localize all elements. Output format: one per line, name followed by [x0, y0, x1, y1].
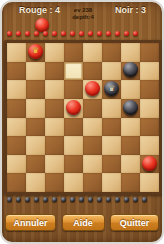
turn-indicator-red-ball-icon	[35, 18, 49, 32]
red-bead-icon	[133, 31, 138, 36]
button-bar: Annuler Aide Quitter	[5, 214, 159, 231]
board-cell[interactable]	[102, 136, 121, 155]
board-cell[interactable]	[45, 80, 64, 99]
red-bead-icon	[88, 31, 93, 36]
black-score-label: Noir : 3	[115, 5, 146, 15]
board-cell[interactable]	[64, 136, 83, 155]
red-bead-icon	[61, 31, 66, 36]
board-cell[interactable]	[64, 43, 83, 62]
red-score-label: Rouge : 4	[19, 5, 60, 15]
black-bead-icon	[115, 197, 120, 202]
board-cell[interactable]	[83, 155, 102, 174]
board-cell[interactable]	[45, 155, 64, 174]
bottom-black-bead-row	[7, 197, 147, 202]
board-cell[interactable]	[7, 173, 26, 192]
black-bead-icon	[16, 197, 21, 202]
engine-info: ev 238 depth:4	[58, 7, 108, 21]
black-bead-icon	[133, 197, 138, 202]
board-cell[interactable]	[121, 155, 140, 174]
red-bead-icon	[124, 31, 129, 36]
board-cell[interactable]	[121, 136, 140, 155]
board-cell[interactable]	[121, 99, 140, 118]
board-grid: ♛♛	[7, 43, 159, 192]
board-cell[interactable]: ♛	[26, 43, 45, 62]
red-bead-icon	[106, 31, 111, 36]
board-cell[interactable]	[64, 99, 83, 118]
red-man-piece[interactable]	[85, 81, 100, 96]
black-bead-icon	[124, 197, 129, 202]
app-screen: Rouge : 4 ev 238 depth:4 Noir : 3 ♛♛ Ann…	[0, 0, 164, 244]
top-red-bead-row	[7, 31, 138, 36]
board-cell[interactable]	[83, 43, 102, 62]
board-cell[interactable]	[26, 80, 45, 99]
board-cell[interactable]	[45, 99, 64, 118]
board-cell[interactable]	[64, 155, 83, 174]
board-cell[interactable]	[121, 118, 140, 137]
board-cell[interactable]	[45, 173, 64, 192]
black-bead-icon	[34, 197, 39, 202]
board-cell[interactable]	[7, 155, 26, 174]
black-bead-icon	[70, 197, 75, 202]
red-bead-icon	[70, 31, 75, 36]
red-bead-icon	[115, 31, 120, 36]
red-bead-icon	[79, 31, 84, 36]
help-button[interactable]: Aide	[62, 214, 105, 231]
board-cell[interactable]	[102, 118, 121, 137]
quit-button[interactable]: Quitter	[110, 214, 159, 231]
king-crown-icon: ♛	[108, 85, 115, 93]
red-bead-icon	[97, 31, 102, 36]
board-cell[interactable]	[102, 43, 121, 62]
board-cell[interactable]	[83, 118, 102, 137]
board-cell[interactable]	[140, 99, 159, 118]
board-cell[interactable]	[121, 80, 140, 99]
board-cell[interactable]	[102, 155, 121, 174]
board-cell[interactable]	[64, 80, 83, 99]
board-cell[interactable]	[64, 173, 83, 192]
board-cell[interactable]	[26, 118, 45, 137]
board-cell[interactable]	[7, 62, 26, 81]
board-cell[interactable]	[7, 118, 26, 137]
board-cell[interactable]	[7, 136, 26, 155]
red-bead-icon	[7, 31, 12, 36]
black-bead-icon	[61, 197, 66, 202]
board-cell[interactable]	[83, 99, 102, 118]
board-cell[interactable]	[121, 43, 140, 62]
red-man-piece[interactable]	[66, 100, 81, 115]
black-bead-icon	[97, 197, 102, 202]
board-cell[interactable]	[26, 155, 45, 174]
board-cell[interactable]	[83, 136, 102, 155]
black-bead-icon	[88, 197, 93, 202]
red-bead-icon	[25, 31, 30, 36]
board-cell[interactable]	[83, 173, 102, 192]
board-cell[interactable]	[7, 43, 26, 62]
undo-button[interactable]: Annuler	[5, 214, 56, 231]
board-cell[interactable]	[64, 118, 83, 137]
board-cell[interactable]	[140, 155, 159, 174]
board-cell[interactable]: ♛	[102, 80, 121, 99]
board-cell[interactable]	[26, 173, 45, 192]
black-bead-icon	[79, 197, 84, 202]
black-bead-icon	[142, 197, 147, 202]
board-cell[interactable]	[140, 43, 159, 62]
board-cell[interactable]	[7, 99, 26, 118]
red-bead-icon	[52, 31, 57, 36]
checkers-board[interactable]: ♛♛	[4, 40, 162, 195]
board-cell[interactable]	[140, 62, 159, 81]
board-cell[interactable]	[121, 62, 140, 81]
board-cell[interactable]	[26, 99, 45, 118]
board-cell[interactable]	[102, 173, 121, 192]
red-bead-icon	[43, 31, 48, 36]
board-cell[interactable]	[140, 136, 159, 155]
board-cell[interactable]	[121, 173, 140, 192]
king-crown-icon: ♛	[32, 47, 39, 55]
black-bead-icon	[43, 197, 48, 202]
black-bead-icon	[7, 197, 12, 202]
board-cell[interactable]	[83, 62, 102, 81]
red-king-piece[interactable]: ♛	[28, 44, 43, 59]
black-bead-icon	[52, 197, 57, 202]
engine-eval: ev 238	[58, 7, 108, 14]
board-cell[interactable]	[7, 80, 26, 99]
board-cell[interactable]	[102, 99, 121, 118]
board-cell[interactable]	[45, 62, 64, 81]
board-cell[interactable]	[140, 173, 159, 192]
black-bead-icon	[25, 197, 30, 202]
board-cell[interactable]	[64, 62, 83, 81]
board-cell[interactable]	[83, 80, 102, 99]
board-cell[interactable]	[140, 80, 159, 99]
board-cell[interactable]	[45, 136, 64, 155]
black-bead-icon	[106, 197, 111, 202]
board-cell[interactable]	[45, 118, 64, 137]
board-cell[interactable]	[102, 62, 121, 81]
red-man-piece[interactable]	[142, 156, 157, 171]
board-cell[interactable]	[140, 118, 159, 137]
black-king-piece[interactable]: ♛	[104, 81, 119, 96]
black-man-piece[interactable]	[123, 100, 138, 115]
black-man-piece[interactable]	[123, 62, 138, 77]
red-bead-icon	[34, 31, 39, 36]
board-cell[interactable]	[26, 136, 45, 155]
engine-depth: depth:4	[58, 14, 108, 21]
board-cell[interactable]	[45, 43, 64, 62]
red-bead-icon	[16, 31, 21, 36]
board-cell[interactable]	[26, 62, 45, 81]
